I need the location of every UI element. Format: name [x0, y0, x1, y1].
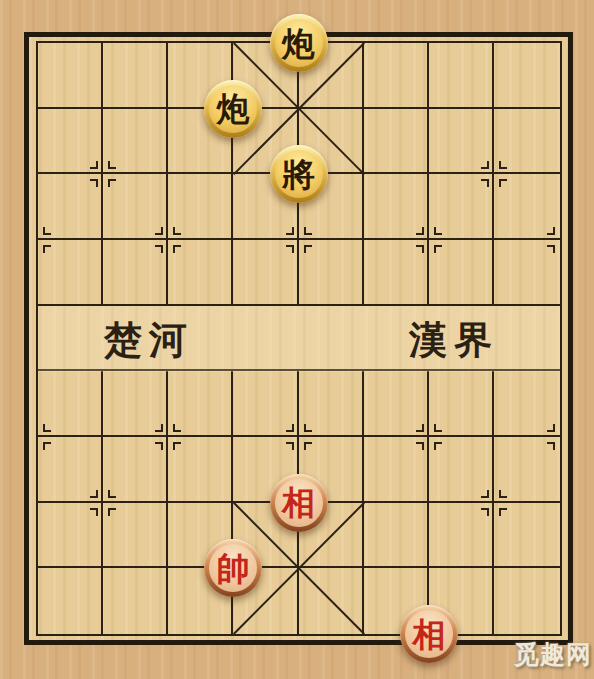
xiangqi-board: 楚河 漢界 炮炮將相帥相	[36, 41, 562, 636]
black-general[interactable]: 將	[270, 145, 328, 203]
black-cannon-2[interactable]: 炮	[204, 80, 262, 138]
black-cannon-2-label: 炮	[209, 85, 257, 133]
red-elephant-2[interactable]: 相	[400, 605, 458, 663]
red-elephant-1-label: 相	[275, 479, 323, 527]
watermark: 觅趣网	[514, 638, 592, 671]
black-cannon-1-label: 炮	[275, 19, 323, 67]
red-general[interactable]: 帥	[204, 539, 262, 597]
red-elephant-2-label: 相	[405, 610, 453, 658]
black-cannon-1[interactable]: 炮	[270, 14, 328, 72]
red-elephant-1[interactable]: 相	[270, 474, 328, 532]
black-general-label: 將	[275, 150, 323, 198]
xiangqi-screenshot: 楚河 漢界 炮炮將相帥相 觅趣网	[0, 0, 594, 679]
pieces-layer: 炮炮將相帥相	[38, 43, 560, 634]
board-frame: 楚河 漢界 炮炮將相帥相	[24, 32, 573, 645]
red-general-label: 帥	[209, 544, 257, 592]
